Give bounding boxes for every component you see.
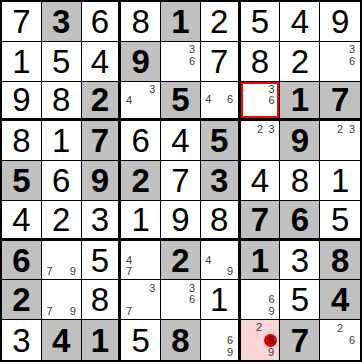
pencil-marks: 79 <box>44 282 79 317</box>
cell-r3c8[interactable]: 1 <box>280 82 320 122</box>
cell-r7c8[interactable]: 3 <box>280 241 320 281</box>
cell-r4c8[interactable]: 9 <box>280 121 320 161</box>
candidate-4: 4 <box>123 254 135 266</box>
candidate-7: 7 <box>123 306 135 318</box>
candidate-7: 7 <box>123 266 135 278</box>
candidate-9: 9 <box>264 347 277 358</box>
candidate-6: 6 <box>225 334 236 346</box>
cell-r1c8[interactable]: 4 <box>280 2 320 42</box>
solved-digit: 4 <box>291 5 309 38</box>
cell-r4c1[interactable]: 8 <box>2 121 42 161</box>
candidate-7: 7 <box>44 266 56 278</box>
solved-digit: 5 <box>251 5 269 38</box>
cell-r2c1[interactable]: 1 <box>2 42 42 82</box>
cell-r7c5[interactable]: 2 <box>161 241 201 281</box>
candidate-6: 6 <box>186 55 198 67</box>
candidate-3: 3 <box>266 84 278 95</box>
cell-r6c5[interactable]: 9 <box>161 201 201 241</box>
cell-r4c7[interactable]: 23 <box>241 121 281 161</box>
solved-digit: 8 <box>52 83 70 116</box>
candidate-3: 3 <box>186 282 198 294</box>
given-digit: 4 <box>331 283 349 316</box>
candidate-3: 3 <box>346 44 358 56</box>
cell-r1c3[interactable]: 6 <box>82 2 122 42</box>
cell-r6c8[interactable]: 6 <box>280 201 320 241</box>
cell-r5c6[interactable]: 3 <box>201 161 241 201</box>
solved-digit: 2 <box>52 203 70 236</box>
solved-digit: 6 <box>91 5 109 38</box>
solved-digit: 9 <box>12 83 30 116</box>
candidate-3: 3 <box>147 282 159 294</box>
cell-r9c8[interactable]: 7 <box>280 320 320 360</box>
cell-r9c1[interactable]: 3 <box>2 320 42 360</box>
given-digit: 2 <box>171 244 189 277</box>
given-digit: 9 <box>291 124 309 157</box>
cell-r7c1[interactable]: 6 <box>2 241 42 281</box>
candidate-6: 6 <box>225 94 236 105</box>
pencil-marks: 69 <box>243 282 278 317</box>
cell-r5c8[interactable]: 8 <box>280 161 320 201</box>
cell-r6c3[interactable]: 3 <box>82 201 122 241</box>
given-digit: 8 <box>171 324 189 357</box>
cell-r7c2[interactable]: 79 <box>42 241 82 281</box>
cell-r1c4[interactable]: 8 <box>121 2 161 42</box>
pencil-marks: 269 <box>243 322 278 358</box>
cell-r5c2[interactable]: 6 <box>42 161 82 201</box>
pencil-marks: 49 <box>203 243 236 278</box>
given-digit: 2 <box>132 164 150 197</box>
cell-r3c3[interactable]: 2 <box>82 82 122 122</box>
cell-r7c9[interactable]: 8 <box>320 241 360 281</box>
pencil-marks: 36 <box>322 44 358 79</box>
given-digit: 7 <box>291 324 309 357</box>
given-digit: 5 <box>210 124 228 157</box>
given-digit: 5 <box>171 83 189 116</box>
candidate-6-circled: 6 <box>264 334 277 347</box>
candidate-9: 9 <box>67 306 79 318</box>
solved-digit: 6 <box>52 164 70 197</box>
cell-r2c6[interactable]: 7 <box>201 42 241 82</box>
solved-digit: 8 <box>210 203 228 236</box>
candidate-2: 2 <box>254 123 266 135</box>
candidate-2: 2 <box>334 322 346 334</box>
cell-r5c1[interactable]: 5 <box>2 161 42 201</box>
cell-r8c4[interactable]: 37 <box>121 280 161 320</box>
cell-r6c7[interactable]: 7 <box>241 201 281 241</box>
given-digit: 5 <box>12 164 30 197</box>
cell-r8c6[interactable]: 1 <box>201 280 241 320</box>
given-digit: 1 <box>91 324 109 357</box>
cell-r9c4[interactable]: 5 <box>121 320 161 360</box>
given-digit: 7 <box>91 124 109 157</box>
given-digit: 1 <box>171 5 189 38</box>
solved-digit: 5 <box>52 45 70 78</box>
cell-r7c6[interactable]: 49 <box>201 241 241 281</box>
cell-r2c8[interactable]: 2 <box>280 42 320 82</box>
solved-digit: 9 <box>171 203 189 236</box>
cell-r2c2[interactable]: 5 <box>42 42 82 82</box>
solved-digit: 9 <box>331 5 349 38</box>
cell-r4c9[interactable]: 23 <box>320 121 360 161</box>
given-digit: 7 <box>331 83 349 116</box>
candidate-6: 6 <box>346 334 358 346</box>
cell-r1c5[interactable]: 1 <box>161 2 201 42</box>
solved-digit: 5 <box>291 283 309 316</box>
solved-digit: 4 <box>12 203 30 236</box>
pencil-marks: 34 <box>123 84 158 117</box>
pencil-marks: 23 <box>243 123 278 158</box>
cell-r5c4[interactable]: 2 <box>121 161 161 201</box>
solved-digit: 2 <box>291 45 309 78</box>
cell-r4c2[interactable]: 1 <box>42 121 82 161</box>
candidate-2: 2 <box>254 322 265 333</box>
candidate-9: 9 <box>225 346 236 358</box>
cell-r8c1[interactable]: 2 <box>2 280 42 320</box>
cell-r6c9[interactable]: 5 <box>320 201 360 241</box>
cell-r4c6[interactable]: 5 <box>201 121 241 161</box>
cell-r5c9[interactable]: 1 <box>320 161 360 201</box>
solved-digit: 3 <box>91 203 109 236</box>
pencil-marks: 36 <box>243 84 278 117</box>
pencil-marks: 26 <box>322 322 358 358</box>
candidate-3: 3 <box>346 123 358 135</box>
given-digit: 1 <box>291 83 309 116</box>
candidate-9: 9 <box>266 306 278 318</box>
pencil-marks: 23 <box>322 123 358 158</box>
given-digit: 2 <box>12 283 30 316</box>
solved-digit: 6 <box>132 124 150 157</box>
solved-digit: 1 <box>331 164 349 197</box>
solved-digit: 8 <box>132 5 150 38</box>
given-digit: 7 <box>251 203 269 236</box>
given-digit: 2 <box>91 83 109 116</box>
solved-digit: 7 <box>12 5 30 38</box>
cell-r9c2[interactable]: 4 <box>42 320 82 360</box>
solved-digit: 8 <box>251 45 269 78</box>
cell-r3c9[interactable]: 7 <box>320 82 360 122</box>
candidate-4: 4 <box>123 95 135 106</box>
cell-r8c7[interactable]: 69 <box>241 280 281 320</box>
cell-r1c1[interactable]: 7 <box>2 2 42 42</box>
cell-r7c4[interactable]: 47 <box>121 241 161 281</box>
cell-r8c2[interactable]: 79 <box>42 280 82 320</box>
pencil-marks: 36 <box>163 282 198 317</box>
cell-r8c5[interactable]: 36 <box>161 280 201 320</box>
pencil-marks: 37 <box>123 282 158 317</box>
cell-r1c7[interactable]: 5 <box>241 2 281 42</box>
solved-digit: 1 <box>210 283 228 316</box>
cell-r3c1[interactable]: 9 <box>2 82 42 122</box>
cell-r9c5[interactable]: 8 <box>161 320 201 360</box>
solved-digit: 8 <box>12 124 30 157</box>
cell-r3c5[interactable]: 5 <box>161 82 201 122</box>
cell-r8c9[interactable]: 4 <box>320 280 360 320</box>
pencil-marks: 69 <box>203 322 236 358</box>
cell-r2c9[interactable]: 36 <box>320 42 360 82</box>
solved-digit: 5 <box>331 203 349 236</box>
given-digit: 4 <box>52 324 70 357</box>
given-digit: 9 <box>91 164 109 197</box>
given-digit: 3 <box>52 5 70 38</box>
candidate-2: 2 <box>334 123 346 135</box>
candidate-6: 6 <box>186 294 198 306</box>
solved-digit: 4 <box>91 45 109 78</box>
solved-digit: 7 <box>171 164 189 197</box>
given-digit: 6 <box>291 203 309 236</box>
cell-r7c3[interactable]: 5 <box>82 241 122 281</box>
solved-digit: 3 <box>291 244 309 277</box>
cell-r3c7[interactable]: 36 <box>241 82 281 122</box>
pencil-marks: 46 <box>203 84 236 117</box>
cell-r2c5[interactable]: 36 <box>161 42 201 82</box>
cell-r6c6[interactable]: 8 <box>201 201 241 241</box>
solved-digit: 5 <box>132 324 150 357</box>
cell-r6c2[interactable]: 2 <box>42 201 82 241</box>
solved-digit: 1 <box>12 45 30 78</box>
given-digit: 3 <box>210 164 228 197</box>
cell-r8c8[interactable]: 5 <box>280 280 320 320</box>
candidate-3: 3 <box>186 44 198 56</box>
candidate-6: 6 <box>346 55 358 67</box>
solved-digit: 3 <box>12 324 30 357</box>
cell-r3c4[interactable]: 34 <box>121 82 161 122</box>
solved-digit: 1 <box>52 124 70 157</box>
cell-r5c5[interactable]: 7 <box>161 161 201 201</box>
cell-r5c3[interactable]: 9 <box>82 161 122 201</box>
cell-r9c6[interactable]: 69 <box>201 320 241 360</box>
cell-r8c3[interactable]: 8 <box>82 280 122 320</box>
solved-digit: 4 <box>251 164 269 197</box>
candidate-6: 6 <box>266 294 278 306</box>
given-digit: 9 <box>132 45 150 78</box>
cell-r5c7[interactable]: 4 <box>241 161 281 201</box>
cell-r4c3[interactable]: 7 <box>82 121 122 161</box>
cell-r2c7[interactable]: 8 <box>241 42 281 82</box>
given-digit: 6 <box>12 244 30 277</box>
solved-digit: 8 <box>291 164 309 197</box>
candidate-9: 9 <box>67 266 79 278</box>
candidate-7: 7 <box>44 306 56 318</box>
cell-r4c5[interactable]: 4 <box>161 121 201 161</box>
solved-digit: 4 <box>171 124 189 157</box>
cell-r1c6[interactable]: 2 <box>201 2 241 42</box>
cell-r3c6[interactable]: 46 <box>201 82 241 122</box>
cell-r2c3[interactable]: 4 <box>82 42 122 82</box>
cell-r3c2[interactable]: 8 <box>42 82 82 122</box>
candidate-4: 4 <box>203 94 214 105</box>
cell-r7c7[interactable]: 1 <box>241 241 281 281</box>
cell-r6c4[interactable]: 1 <box>121 201 161 241</box>
cell-r2c4[interactable]: 9 <box>121 42 161 82</box>
solved-digit: 8 <box>91 283 109 316</box>
cell-r6c1[interactable]: 4 <box>2 201 42 241</box>
given-digit: 1 <box>251 244 269 277</box>
solved-digit: 1 <box>132 203 150 236</box>
candidate-9: 9 <box>225 266 236 278</box>
cell-r1c2[interactable]: 3 <box>42 2 82 42</box>
sudoku-board: 7368125491549367823698234546361781764523… <box>0 0 362 362</box>
solved-digit: 5 <box>91 244 109 277</box>
solved-digit: 7 <box>210 45 228 78</box>
cell-r9c7[interactable]: 269 <box>241 320 281 360</box>
pencil-marks: 36 <box>163 44 198 79</box>
candidate-4: 4 <box>203 254 214 266</box>
pencil-marks: 79 <box>44 243 79 278</box>
candidate-6: 6 <box>266 95 278 106</box>
pencil-marks: 47 <box>123 243 158 278</box>
cell-r9c9[interactable]: 26 <box>320 320 360 360</box>
cell-r4c4[interactable]: 6 <box>121 121 161 161</box>
cell-r9c3[interactable]: 1 <box>82 320 122 360</box>
candidate-3: 3 <box>147 84 159 95</box>
candidate-3: 3 <box>266 123 278 135</box>
cell-r1c9[interactable]: 9 <box>320 2 360 42</box>
solved-digit: 2 <box>210 5 228 38</box>
given-digit: 8 <box>331 244 349 277</box>
